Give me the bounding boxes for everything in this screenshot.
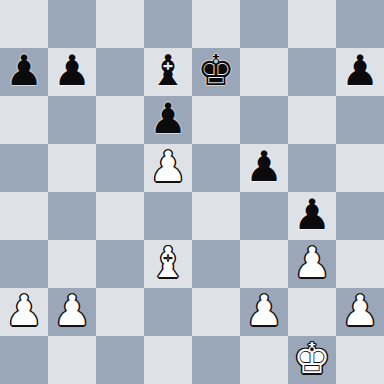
square-b4[interactable] bbox=[48, 192, 96, 240]
piece-black-pawn[interactable]: ♟ bbox=[341, 47, 379, 95]
square-a8[interactable] bbox=[0, 0, 48, 48]
square-h1[interactable] bbox=[336, 336, 384, 384]
square-e1[interactable] bbox=[192, 336, 240, 384]
piece-white-pawn[interactable]: ♟ bbox=[149, 143, 187, 191]
square-b2[interactable]: ♟ bbox=[48, 288, 96, 336]
square-a4[interactable] bbox=[0, 192, 48, 240]
square-f5[interactable]: ♟ bbox=[240, 144, 288, 192]
piece-white-pawn[interactable]: ♟ bbox=[293, 239, 331, 287]
square-d2[interactable] bbox=[144, 288, 192, 336]
square-c4[interactable] bbox=[96, 192, 144, 240]
square-f4[interactable] bbox=[240, 192, 288, 240]
square-f8[interactable] bbox=[240, 0, 288, 48]
square-b3[interactable] bbox=[48, 240, 96, 288]
square-c6[interactable] bbox=[96, 96, 144, 144]
square-c5[interactable] bbox=[96, 144, 144, 192]
square-d4[interactable] bbox=[144, 192, 192, 240]
square-c1[interactable] bbox=[96, 336, 144, 384]
square-g6[interactable] bbox=[288, 96, 336, 144]
square-e2[interactable] bbox=[192, 288, 240, 336]
square-h5[interactable] bbox=[336, 144, 384, 192]
square-b8[interactable] bbox=[48, 0, 96, 48]
square-b7[interactable]: ♟ bbox=[48, 48, 96, 96]
square-h7[interactable]: ♟ bbox=[336, 48, 384, 96]
square-h3[interactable] bbox=[336, 240, 384, 288]
piece-black-pawn[interactable]: ♟ bbox=[149, 95, 187, 143]
square-a7[interactable]: ♟ bbox=[0, 48, 48, 96]
square-d8[interactable] bbox=[144, 0, 192, 48]
square-h6[interactable] bbox=[336, 96, 384, 144]
square-c8[interactable] bbox=[96, 0, 144, 48]
piece-black-pawn[interactable]: ♟ bbox=[5, 47, 43, 95]
square-d3[interactable]: ♝ bbox=[144, 240, 192, 288]
square-c3[interactable] bbox=[96, 240, 144, 288]
square-e7[interactable]: ♚ bbox=[192, 48, 240, 96]
square-e3[interactable] bbox=[192, 240, 240, 288]
square-a1[interactable] bbox=[0, 336, 48, 384]
piece-black-pawn[interactable]: ♟ bbox=[293, 191, 331, 239]
square-f6[interactable] bbox=[240, 96, 288, 144]
piece-white-pawn[interactable]: ♟ bbox=[53, 287, 91, 335]
square-e5[interactable] bbox=[192, 144, 240, 192]
piece-white-bishop[interactable]: ♝ bbox=[149, 239, 187, 287]
square-d7[interactable]: ♝ bbox=[144, 48, 192, 96]
piece-white-pawn[interactable]: ♟ bbox=[5, 287, 43, 335]
square-a3[interactable] bbox=[0, 240, 48, 288]
square-g3[interactable]: ♟ bbox=[288, 240, 336, 288]
square-g8[interactable] bbox=[288, 0, 336, 48]
square-f2[interactable]: ♟ bbox=[240, 288, 288, 336]
piece-black-king[interactable]: ♚ bbox=[197, 47, 235, 95]
square-a2[interactable]: ♟ bbox=[0, 288, 48, 336]
square-g1[interactable]: ♚ bbox=[288, 336, 336, 384]
piece-black-pawn[interactable]: ♟ bbox=[53, 47, 91, 95]
square-h8[interactable] bbox=[336, 0, 384, 48]
square-c7[interactable] bbox=[96, 48, 144, 96]
square-e4[interactable] bbox=[192, 192, 240, 240]
square-c2[interactable] bbox=[96, 288, 144, 336]
square-e6[interactable] bbox=[192, 96, 240, 144]
chess-board: ♟♟♝♚♟♟♟♟♟♝♟♟♟♟♟♚ bbox=[0, 0, 384, 384]
square-g7[interactable] bbox=[288, 48, 336, 96]
square-f1[interactable] bbox=[240, 336, 288, 384]
square-d6[interactable]: ♟ bbox=[144, 96, 192, 144]
square-g5[interactable] bbox=[288, 144, 336, 192]
piece-white-pawn[interactable]: ♟ bbox=[341, 287, 379, 335]
square-e8[interactable] bbox=[192, 0, 240, 48]
square-h4[interactable] bbox=[336, 192, 384, 240]
piece-black-pawn[interactable]: ♟ bbox=[245, 143, 283, 191]
square-d5[interactable]: ♟ bbox=[144, 144, 192, 192]
square-b1[interactable] bbox=[48, 336, 96, 384]
square-g2[interactable] bbox=[288, 288, 336, 336]
piece-white-king[interactable]: ♚ bbox=[293, 335, 331, 383]
piece-black-bishop[interactable]: ♝ bbox=[149, 47, 187, 95]
square-h2[interactable]: ♟ bbox=[336, 288, 384, 336]
square-g4[interactable]: ♟ bbox=[288, 192, 336, 240]
square-f7[interactable] bbox=[240, 48, 288, 96]
square-b6[interactable] bbox=[48, 96, 96, 144]
square-b5[interactable] bbox=[48, 144, 96, 192]
square-a6[interactable] bbox=[0, 96, 48, 144]
square-f3[interactable] bbox=[240, 240, 288, 288]
piece-white-pawn[interactable]: ♟ bbox=[245, 287, 283, 335]
square-a5[interactable] bbox=[0, 144, 48, 192]
square-d1[interactable] bbox=[144, 336, 192, 384]
